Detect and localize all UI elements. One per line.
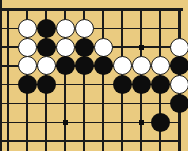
white-stone (132, 56, 151, 75)
black-stone (56, 56, 75, 75)
white-stone (113, 56, 132, 75)
left-frame-border (0, 0, 2, 151)
white-stone (56, 38, 75, 57)
go-board[interactable] (0, 0, 188, 151)
black-stone (18, 75, 37, 94)
star-point (139, 45, 144, 50)
white-stone (37, 56, 56, 75)
white-stone (94, 38, 113, 57)
white-stone (56, 19, 75, 38)
star-point (63, 120, 68, 125)
black-stone (37, 38, 56, 57)
board-top-edge (0, 8, 183, 11)
black-stone (37, 19, 56, 38)
black-stone (170, 56, 188, 75)
grid-line-vertical (7, 8, 8, 151)
grid-line-vertical (102, 8, 103, 151)
white-stone (151, 56, 170, 75)
black-stone (151, 75, 170, 94)
white-stone (75, 19, 94, 38)
white-stone (170, 75, 188, 94)
white-stone (170, 38, 188, 57)
black-stone (132, 75, 151, 94)
white-stone (18, 38, 37, 57)
black-stone (170, 94, 188, 113)
black-stone (75, 56, 94, 75)
black-stone (113, 75, 132, 94)
star-point (139, 120, 144, 125)
white-stone (18, 56, 37, 75)
black-stone (75, 38, 94, 57)
black-stone (37, 75, 56, 94)
black-stone (151, 113, 170, 132)
black-stone (94, 56, 113, 75)
white-stone (18, 19, 37, 38)
